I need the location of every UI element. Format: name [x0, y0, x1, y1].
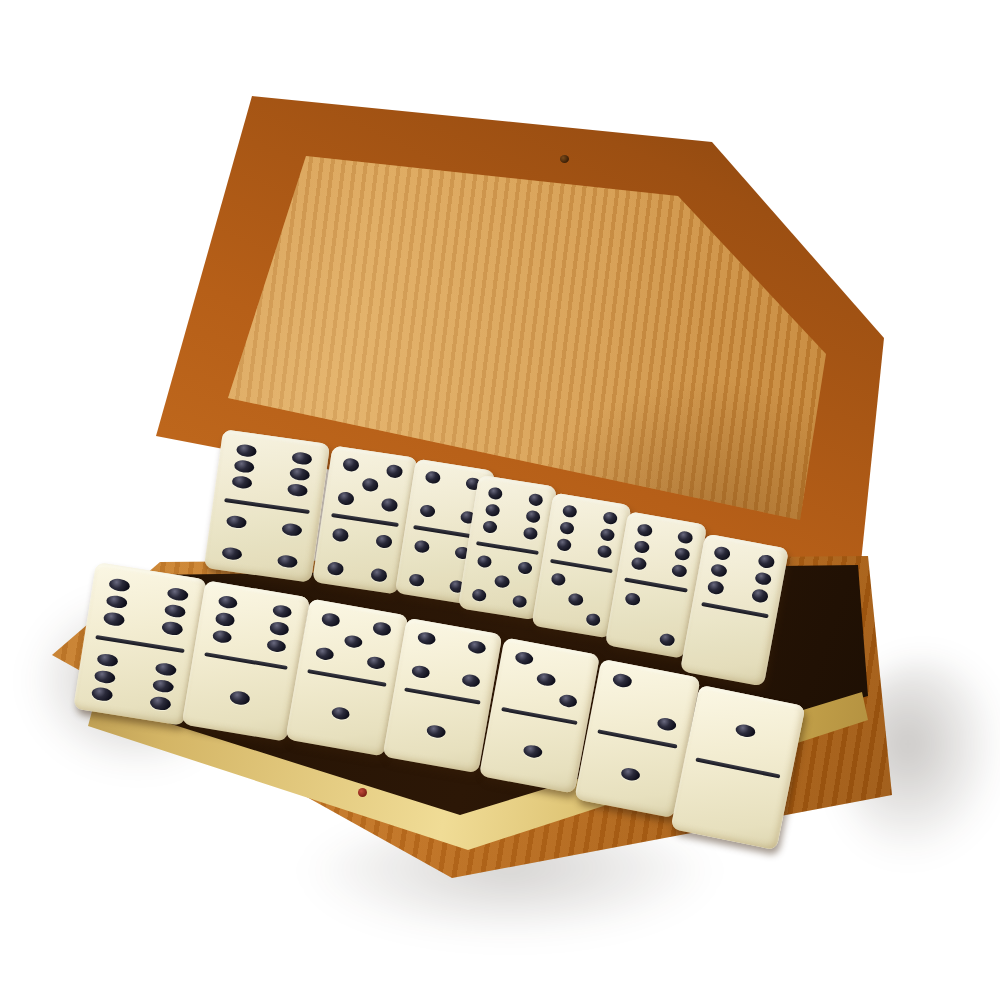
pip — [413, 539, 430, 554]
pip — [91, 686, 114, 702]
pip — [109, 577, 132, 593]
pip — [754, 571, 772, 586]
pip — [337, 491, 355, 506]
pip — [236, 443, 258, 457]
pip — [271, 604, 293, 620]
pip — [411, 665, 431, 680]
pip — [229, 690, 251, 706]
pip — [677, 530, 694, 545]
pip — [559, 521, 576, 536]
pip — [558, 694, 578, 709]
pip — [528, 492, 545, 506]
pip — [556, 537, 573, 552]
scene — [0, 0, 1000, 1000]
pip — [320, 612, 341, 627]
pip — [343, 634, 364, 649]
pip — [417, 631, 437, 646]
pip — [287, 483, 309, 497]
pip — [671, 564, 688, 579]
domino-board — [0, 0, 1000, 1000]
pip — [161, 620, 184, 636]
pip — [599, 527, 616, 542]
pip — [381, 498, 399, 513]
pip — [366, 655, 387, 670]
pip — [525, 509, 542, 523]
pip — [482, 520, 499, 534]
pip — [630, 556, 647, 571]
pip — [487, 486, 504, 500]
pip — [707, 580, 725, 595]
pip — [370, 568, 388, 583]
pip — [361, 478, 379, 493]
pip — [419, 504, 436, 519]
pip — [163, 603, 186, 619]
pip — [266, 638, 288, 654]
pip — [734, 722, 756, 738]
pip — [522, 526, 539, 540]
pip — [277, 554, 299, 568]
pip — [514, 651, 534, 666]
pip — [281, 522, 303, 536]
domino-half-bottom-4pips — [312, 516, 407, 595]
pip — [612, 673, 633, 689]
pip — [624, 592, 641, 607]
pip — [154, 661, 177, 677]
pip — [471, 588, 488, 602]
pip — [633, 540, 650, 555]
pip — [620, 767, 641, 783]
pip — [103, 611, 126, 627]
pip — [342, 457, 360, 472]
pip — [751, 588, 769, 603]
pip — [331, 528, 349, 543]
domino-half-bottom-5pips — [458, 543, 546, 620]
pip — [659, 633, 676, 648]
pip — [517, 561, 534, 575]
pip — [97, 652, 120, 668]
pip — [315, 646, 336, 661]
pip — [657, 716, 678, 732]
pip — [233, 459, 255, 473]
pip — [494, 575, 511, 589]
domino-half-top-6pips — [469, 475, 557, 552]
domino-half-top-6pips — [543, 492, 632, 570]
pip — [602, 510, 619, 525]
domino-back-1-6x4[interactable] — [204, 429, 330, 583]
pip — [291, 451, 313, 465]
pip — [674, 547, 691, 562]
pip — [330, 706, 351, 721]
pip — [386, 464, 404, 479]
pip — [214, 612, 236, 628]
pip — [231, 475, 253, 489]
pip — [106, 594, 129, 610]
pip — [596, 544, 613, 559]
pip — [94, 669, 117, 685]
pip — [426, 724, 446, 739]
pip — [536, 672, 556, 687]
pip — [476, 554, 493, 568]
pip — [757, 554, 775, 569]
domino-half-bottom-2pips — [605, 580, 695, 659]
pip — [408, 573, 425, 588]
pip — [217, 595, 239, 611]
pip — [636, 523, 653, 538]
domino-half-bottom-0pips — [680, 604, 776, 686]
pip — [523, 743, 543, 758]
pip — [484, 503, 501, 517]
pip — [550, 572, 567, 587]
pip — [289, 467, 311, 481]
pip — [561, 504, 578, 519]
pip — [211, 629, 233, 645]
pip — [511, 595, 528, 609]
pip — [149, 695, 172, 711]
pip — [714, 546, 732, 561]
pip — [567, 592, 584, 607]
pip — [221, 547, 243, 561]
pip — [166, 586, 189, 602]
pip — [710, 563, 728, 578]
pip — [151, 678, 174, 694]
pip — [461, 673, 481, 688]
pip — [424, 470, 441, 485]
pip — [326, 561, 344, 576]
pip — [585, 613, 602, 628]
domino-half-bottom-4pips — [204, 500, 320, 582]
pip — [372, 621, 393, 636]
pip — [269, 621, 291, 637]
pip — [467, 640, 487, 655]
pip — [226, 515, 248, 529]
domino-half-top-5pips — [323, 445, 418, 524]
pip — [376, 534, 394, 549]
